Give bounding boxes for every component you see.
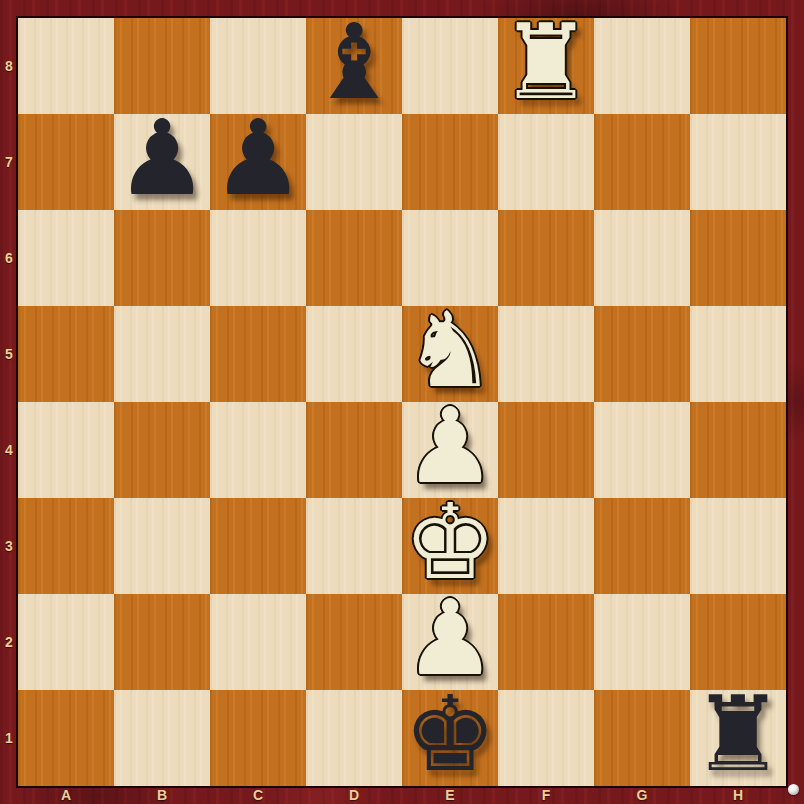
square-d3[interactable] [306,498,402,594]
square-a6[interactable] [18,210,114,306]
square-e1[interactable]: ♚ [402,690,498,786]
rank-label-6: 6 [0,210,18,306]
square-g3[interactable] [594,498,690,594]
square-d1[interactable] [306,690,402,786]
square-a4[interactable] [18,402,114,498]
file-label-a: A [18,786,114,804]
board: ♝♜♟♟♞♟♚♟♚♜ [18,18,786,786]
square-h3[interactable] [690,498,786,594]
square-d5[interactable] [306,306,402,402]
file-label-h: H [690,786,786,804]
black-king[interactable]: ♚ [403,686,496,782]
rank-label-8: 8 [0,18,18,114]
square-g4[interactable] [594,402,690,498]
square-c2[interactable] [210,594,306,690]
square-d8[interactable]: ♝ [306,18,402,114]
square-g6[interactable] [594,210,690,306]
square-c3[interactable] [210,498,306,594]
rank-label-7: 7 [0,114,18,210]
square-c6[interactable] [210,210,306,306]
square-b2[interactable] [114,594,210,690]
rank-label-4: 4 [0,402,18,498]
square-f7[interactable] [498,114,594,210]
white-pawn[interactable]: ♟ [403,398,496,494]
square-b6[interactable] [114,210,210,306]
square-h1[interactable]: ♜ [690,690,786,786]
black-bishop[interactable]: ♝ [307,14,400,110]
rank-labels: 87654321 [0,18,18,786]
file-label-c: C [210,786,306,804]
square-f4[interactable] [498,402,594,498]
square-f6[interactable] [498,210,594,306]
square-g7[interactable] [594,114,690,210]
side-to-move-indicator [788,784,799,795]
square-f2[interactable] [498,594,594,690]
file-label-f: F [498,786,594,804]
square-c1[interactable] [210,690,306,786]
square-b4[interactable] [114,402,210,498]
square-b7[interactable]: ♟ [114,114,210,210]
square-b1[interactable] [114,690,210,786]
square-g8[interactable] [594,18,690,114]
square-h7[interactable] [690,114,786,210]
square-d7[interactable] [306,114,402,210]
file-label-e: E [402,786,498,804]
black-rook[interactable]: ♜ [691,686,784,782]
square-e8[interactable] [402,18,498,114]
square-f8[interactable]: ♜ [498,18,594,114]
square-a8[interactable] [18,18,114,114]
square-g5[interactable] [594,306,690,402]
rank-label-1: 1 [0,690,18,786]
chessboard-frame: ♝♜♟♟♞♟♚♟♚♜ 87654321 ABCDEFGH [0,0,804,804]
file-label-g: G [594,786,690,804]
rank-label-2: 2 [0,594,18,690]
square-a3[interactable] [18,498,114,594]
black-pawn[interactable]: ♟ [115,110,208,206]
square-a2[interactable] [18,594,114,690]
file-label-b: B [114,786,210,804]
file-labels: ABCDEFGH [18,786,786,804]
square-g2[interactable] [594,594,690,690]
square-e7[interactable] [402,114,498,210]
black-pawn[interactable]: ♟ [211,110,304,206]
square-a7[interactable] [18,114,114,210]
white-knight[interactable]: ♞ [403,302,496,398]
file-label-d: D [306,786,402,804]
square-f1[interactable] [498,690,594,786]
square-a5[interactable] [18,306,114,402]
white-pawn[interactable]: ♟ [403,590,496,686]
white-rook[interactable]: ♜ [499,14,592,110]
square-a1[interactable] [18,690,114,786]
square-h8[interactable] [690,18,786,114]
square-g1[interactable] [594,690,690,786]
square-d4[interactable] [306,402,402,498]
square-b3[interactable] [114,498,210,594]
white-king[interactable]: ♚ [403,494,496,590]
square-c5[interactable] [210,306,306,402]
square-c4[interactable] [210,402,306,498]
square-b5[interactable] [114,306,210,402]
square-h4[interactable] [690,402,786,498]
square-h5[interactable] [690,306,786,402]
square-h6[interactable] [690,210,786,306]
square-d6[interactable] [306,210,402,306]
square-c7[interactable]: ♟ [210,114,306,210]
square-f5[interactable] [498,306,594,402]
square-d2[interactable] [306,594,402,690]
square-f3[interactable] [498,498,594,594]
rank-label-3: 3 [0,498,18,594]
rank-label-5: 5 [0,306,18,402]
